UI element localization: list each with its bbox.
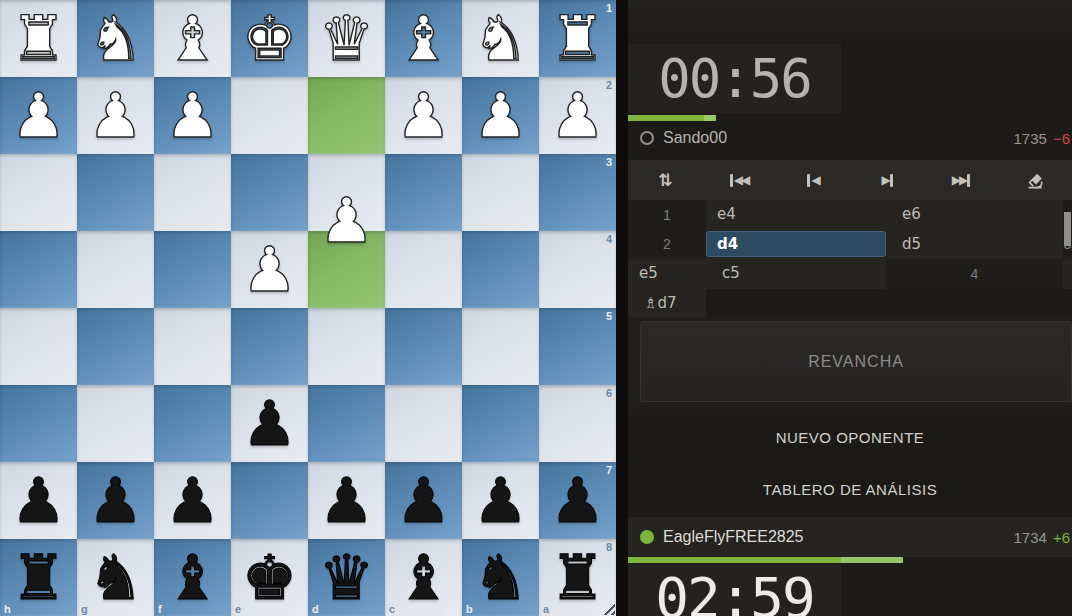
square-g7[interactable]: ♟ — [77, 462, 154, 539]
square-e6[interactable]: ♟ — [231, 385, 308, 462]
opponent-name[interactable]: Sando00 — [663, 129, 1014, 147]
game-screen: ♜♞♝♚♛♝♞♜1♟♟♟♟♟♟23♟♟45♟6♟♟♟♟♟♟♟7♜h♞g♝f♚e♛… — [0, 0, 1072, 616]
black-bishop[interactable]: ♝ — [165, 547, 221, 609]
black-pawn[interactable]: ♟ — [396, 470, 452, 532]
square-c4[interactable] — [385, 231, 462, 308]
move-4-black[interactable]: ♗d7 — [628, 289, 706, 319]
square-e4[interactable]: ♟ — [231, 231, 308, 308]
square-a5[interactable]: 5 — [539, 308, 616, 385]
file-coordinate-label: f — [158, 603, 162, 615]
file-coordinate-label: h — [4, 603, 11, 615]
player-rating: 1734 — [1014, 529, 1047, 546]
rank-coordinate-label: 6 — [606, 387, 612, 399]
square-e1[interactable]: ♚ — [231, 0, 308, 77]
move-list: 1e4e62d4d53e5c54♗b5+♗d7 — [628, 200, 1072, 318]
white-pawn[interactable]: ♟ — [88, 85, 144, 147]
rank-coordinate-label: 8 — [606, 541, 612, 553]
scrollbar-thumb[interactable] — [1064, 212, 1071, 246]
square-c3[interactable] — [385, 154, 462, 231]
black-pawn[interactable]: ♟ — [550, 470, 606, 532]
square-d6[interactable] — [308, 385, 385, 462]
flip-board-icon: ⇅ — [658, 172, 672, 189]
player-clock: 02:59 — [628, 564, 841, 616]
black-pawn[interactable]: ♟ — [242, 393, 298, 455]
rank-coordinate-label: 2 — [606, 79, 612, 91]
white-pawn[interactable]: ♟ — [550, 85, 606, 147]
move-number: 2 — [628, 230, 706, 260]
move-4-white[interactable]: ♗b5+ — [1063, 259, 1072, 289]
black-queen[interactable]: ♛ — [319, 547, 375, 609]
black-pawn[interactable]: ♟ — [11, 470, 67, 532]
square-f4[interactable] — [154, 231, 231, 308]
opponent-clock-time: 00:56 — [658, 47, 811, 110]
square-d7[interactable]: ♟ — [308, 462, 385, 539]
square-e3[interactable] — [231, 154, 308, 231]
analysis-board-button[interactable]: TABLERO DE ANÁLISIS — [628, 481, 1072, 498]
white-pawn[interactable]: ♟ — [319, 190, 375, 252]
square-a1[interactable]: ♜1 — [539, 0, 616, 77]
square-a2[interactable]: ♟2 — [539, 77, 616, 154]
rank-coordinate-label: 5 — [606, 310, 612, 322]
analysis-icon — [1026, 171, 1045, 190]
black-knight[interactable]: ♞ — [88, 547, 144, 609]
square-h2[interactable]: ♟ — [0, 77, 77, 154]
file-coordinate-label: g — [81, 603, 88, 615]
player-status-dot-icon — [640, 530, 654, 544]
square-b6[interactable] — [462, 385, 539, 462]
file-coordinate-label: c — [389, 603, 395, 615]
move-controls: ⇅ ◀◀ ◀ ▶ ▶▶ — [628, 160, 1072, 200]
square-g6[interactable] — [77, 385, 154, 462]
black-bishop[interactable]: ♝ — [396, 547, 452, 609]
move-1-black[interactable]: e6 — [886, 200, 1063, 230]
square-a7[interactable]: ♟7 — [539, 462, 616, 539]
square-h1[interactable]: ♜ — [0, 0, 77, 77]
move-2-white[interactable]: d4 — [706, 230, 886, 260]
white-pawn[interactable]: ♟ — [396, 85, 452, 147]
square-g3[interactable] — [77, 154, 154, 231]
player-name[interactable]: EagleFlyFREE2825 — [663, 528, 1014, 546]
square-e5[interactable] — [231, 308, 308, 385]
black-rook[interactable]: ♜ — [550, 547, 606, 609]
black-rook[interactable]: ♜ — [11, 547, 67, 609]
rank-coordinate-label: 4 — [606, 233, 612, 245]
new-opponent-button[interactable]: NUEVO OPONENTE — [628, 429, 1072, 446]
white-pawn[interactable]: ♟ — [11, 85, 67, 147]
last-move-icon — [967, 174, 970, 187]
move-3-black[interactable]: c5 — [706, 259, 886, 289]
rematch-button[interactable]: REVANCHA — [640, 321, 1072, 402]
move-number: 4 — [886, 259, 1063, 289]
square-c6[interactable] — [385, 385, 462, 462]
opponent-rating-diff: −6 — [1053, 130, 1070, 147]
move-list-scrollbar[interactable] — [1063, 200, 1072, 230]
rank-coordinate-label: 1 — [606, 2, 612, 14]
square-b2[interactable]: ♟ — [462, 77, 539, 154]
black-pawn[interactable]: ♟ — [88, 470, 144, 532]
square-a4[interactable]: 4 — [539, 231, 616, 308]
opponent-rating: 1735 — [1014, 130, 1047, 147]
first-move-button[interactable]: ◀◀ — [702, 160, 776, 200]
white-pawn[interactable]: ♟ — [242, 239, 298, 301]
square-h7[interactable]: ♟ — [0, 462, 77, 539]
black-knight[interactable]: ♞ — [473, 547, 529, 609]
square-f6[interactable] — [154, 385, 231, 462]
square-d5[interactable] — [308, 308, 385, 385]
square-g2[interactable]: ♟ — [77, 77, 154, 154]
square-f2[interactable]: ♟ — [154, 77, 231, 154]
analysis-button[interactable] — [998, 160, 1072, 200]
opponent-row: Sando00 1735 −6 — [628, 118, 1072, 158]
move-1-white[interactable]: e4 — [706, 200, 886, 230]
previous-move-button[interactable]: ◀ — [776, 160, 850, 200]
last-move-button[interactable]: ▶▶ — [924, 160, 998, 200]
square-c1[interactable]: ♝ — [385, 0, 462, 77]
square-c2[interactable]: ♟ — [385, 77, 462, 154]
black-pawn[interactable]: ♟ — [165, 470, 221, 532]
move-3-white[interactable]: e5 — [628, 259, 706, 289]
player-rating-diff: +6 — [1053, 529, 1070, 546]
first-move-icon — [730, 174, 733, 187]
white-knight[interactable]: ♞ — [473, 8, 529, 70]
next-move-button[interactable]: ▶ — [850, 160, 924, 200]
square-b1[interactable]: ♞ — [462, 0, 539, 77]
square-h4[interactable] — [0, 231, 77, 308]
square-g5[interactable] — [77, 308, 154, 385]
square-f3[interactable] — [154, 154, 231, 231]
square-f7[interactable]: ♟ — [154, 462, 231, 539]
chess-board[interactable]: ♜♞♝♚♛♝♞♜1♟♟♟♟♟♟23♟♟45♟6♟♟♟♟♟♟♟7♜h♞g♝f♚e♛… — [0, 0, 616, 616]
square-g1[interactable]: ♞ — [77, 0, 154, 77]
player-time-bar — [628, 557, 903, 563]
file-coordinate-label: b — [466, 603, 473, 615]
square-b7[interactable]: ♟ — [462, 462, 539, 539]
file-coordinate-label: a — [543, 603, 549, 615]
white-rook[interactable]: ♜ — [11, 8, 67, 70]
move-2-black[interactable]: d5 — [886, 230, 1063, 260]
rank-coordinate-label: 3 — [606, 156, 612, 168]
black-pawn[interactable]: ♟ — [319, 470, 375, 532]
square-h8[interactable]: ♜h — [0, 539, 77, 616]
game-panel: 00:56 Sando00 1735 −6 ⇅ ◀◀ ◀ ▶ — [628, 0, 1072, 616]
black-king[interactable]: ♚ — [242, 547, 298, 609]
white-knight[interactable]: ♞ — [88, 8, 144, 70]
square-h5[interactable] — [0, 308, 77, 385]
white-king[interactable]: ♚ — [242, 8, 298, 70]
rank-coordinate-label: 7 — [606, 464, 612, 476]
square-f1[interactable]: ♝ — [154, 0, 231, 77]
file-coordinate-label: d — [312, 603, 319, 615]
flip-board-button[interactable]: ⇅ — [628, 160, 702, 200]
file-coordinate-label: e — [235, 603, 241, 615]
square-d8[interactable]: ♛d — [308, 539, 385, 616]
white-bishop[interactable]: ♝ — [396, 8, 452, 70]
square-a6[interactable]: 6 — [539, 385, 616, 462]
white-rook[interactable]: ♜ — [550, 8, 606, 70]
opponent-status-dot-icon — [640, 131, 654, 145]
square-h6[interactable] — [0, 385, 77, 462]
square-e8[interactable]: ♚e — [231, 539, 308, 616]
square-g4[interactable] — [77, 231, 154, 308]
white-pawn[interactable]: ♟ — [165, 85, 221, 147]
square-g8[interactable]: ♞g — [77, 539, 154, 616]
square-f8[interactable]: ♝f — [154, 539, 231, 616]
square-b3[interactable] — [462, 154, 539, 231]
white-queen[interactable]: ♛ — [319, 8, 375, 70]
black-pawn[interactable]: ♟ — [473, 470, 529, 532]
square-c8[interactable]: ♝c — [385, 539, 462, 616]
square-a3[interactable]: 3 — [539, 154, 616, 231]
square-d2[interactable] — [308, 77, 385, 154]
square-d1[interactable]: ♛ — [308, 0, 385, 77]
white-bishop[interactable]: ♝ — [165, 8, 221, 70]
square-h3[interactable] — [0, 154, 77, 231]
square-f5[interactable] — [154, 308, 231, 385]
opponent-clock: 00:56 — [628, 44, 841, 113]
player-row: EagleFlyFREE2825 1734 +6 — [628, 517, 1072, 557]
square-b8[interactable]: ♞b — [462, 539, 539, 616]
next-move-icon — [890, 174, 893, 187]
square-e7[interactable] — [231, 462, 308, 539]
square-a8[interactable]: ♜8a — [539, 539, 616, 616]
square-b5[interactable] — [462, 308, 539, 385]
square-d4[interactable]: ♟ — [308, 231, 385, 308]
white-pawn[interactable]: ♟ — [473, 85, 529, 147]
player-clock-time: 02:59 — [655, 565, 814, 616]
panel-top-strip — [628, 0, 1072, 44]
square-c5[interactable] — [385, 308, 462, 385]
square-c7[interactable]: ♟ — [385, 462, 462, 539]
move-number: 1 — [628, 200, 706, 230]
previous-move-icon — [807, 174, 810, 187]
square-e2[interactable] — [231, 77, 308, 154]
square-b4[interactable] — [462, 231, 539, 308]
